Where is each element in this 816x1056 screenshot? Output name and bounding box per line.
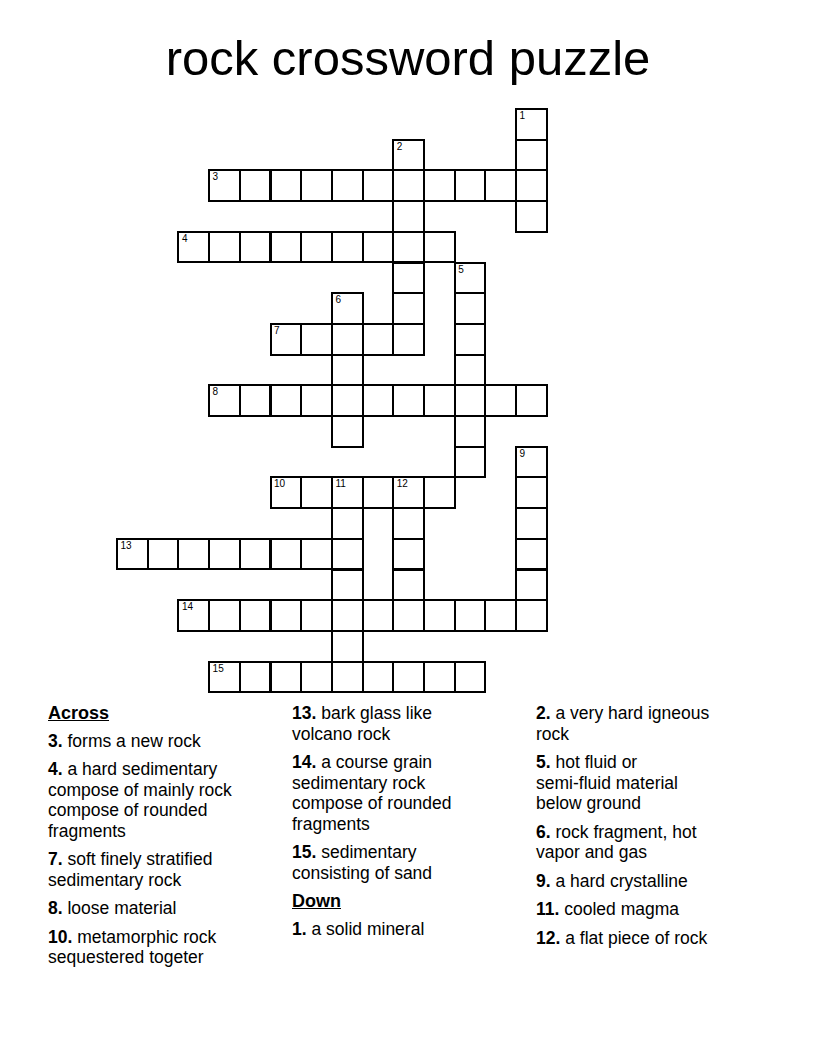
grid-cell[interactable] <box>484 169 517 202</box>
grid-cell[interactable] <box>331 630 364 663</box>
grid-cell[interactable] <box>484 384 517 417</box>
clue-number: 3. <box>48 731 63 751</box>
clue-item: 13. bark glass like volcano rock <box>292 703 494 744</box>
grid-cell[interactable]: 14 <box>177 599 210 632</box>
grid-cell[interactable] <box>515 200 548 233</box>
grid-cell[interactable]: 2 <box>392 139 425 172</box>
clues-column-3: 2. a very hard igneous rock5. hot fluid … <box>536 703 768 956</box>
clue-item: 12. a flat piece of rock <box>536 928 768 949</box>
across-heading: Across <box>48 703 280 724</box>
clue-item: 6. rock fragment, hot vapor and gas <box>536 822 768 863</box>
grid-cell[interactable] <box>392 384 425 417</box>
clue-text: a flat piece of rock <box>560 928 707 948</box>
grid-cell[interactable] <box>454 169 487 202</box>
grid-cell[interactable] <box>300 384 333 417</box>
cell-number: 11 <box>335 478 345 490</box>
clue-item: 5. hot fluid or semi-fluid material belo… <box>536 752 768 814</box>
grid-cell[interactable] <box>423 231 456 264</box>
grid-cell[interactable] <box>392 200 425 233</box>
clue-item: 9. a hard crystalline <box>536 871 768 892</box>
clue-text: loose material <box>63 898 177 918</box>
grid-cell[interactable] <box>147 538 180 571</box>
cell-number: 5 <box>458 264 464 276</box>
cell-number: 7 <box>274 325 280 337</box>
grid-cell[interactable] <box>392 231 425 264</box>
clue-item: 3. forms a new rock <box>48 731 280 752</box>
grid-cell[interactable] <box>423 476 456 509</box>
grid-cell[interactable] <box>331 231 364 264</box>
grid-cell[interactable] <box>300 169 333 202</box>
clue-item: 14. a course grain sedimentary rock comp… <box>292 752 494 834</box>
grid-cell[interactable] <box>362 231 395 264</box>
grid-cell[interactable]: 8 <box>208 384 241 417</box>
grid-cell[interactable]: 5 <box>454 262 487 295</box>
grid-cell[interactable] <box>515 569 548 602</box>
grid-cell[interactable] <box>239 169 272 202</box>
clue-number: 4. <box>48 759 63 779</box>
grid-cell[interactable] <box>362 599 395 632</box>
crossword-grid: 123456789101112131415 <box>117 109 549 695</box>
grid-cell[interactable] <box>300 538 333 571</box>
cell-number: 12 <box>397 478 408 490</box>
down-heading: Down <box>292 891 494 912</box>
grid-cell[interactable]: 3 <box>208 169 241 202</box>
grid-cell[interactable] <box>300 661 333 694</box>
grid-cell[interactable] <box>270 231 303 264</box>
grid-cell[interactable] <box>331 538 364 571</box>
grid-cell[interactable] <box>454 354 487 387</box>
grid-cell[interactable] <box>239 231 272 264</box>
grid-cell[interactable] <box>392 262 425 295</box>
grid-cell[interactable]: 6 <box>331 292 364 325</box>
grid-cell[interactable] <box>392 292 425 325</box>
grid-cell[interactable] <box>331 384 364 417</box>
grid-cell[interactable] <box>454 599 487 632</box>
clue-number: 8. <box>48 898 63 918</box>
grid-cell[interactable] <box>362 323 395 356</box>
down-clues-list-continued: 2. a very hard igneous rock5. hot fluid … <box>536 703 768 948</box>
grid-cell[interactable] <box>392 538 425 571</box>
grid-cell[interactable] <box>515 538 548 571</box>
grid-cell[interactable] <box>392 599 425 632</box>
grid-cell[interactable] <box>515 507 548 540</box>
clue-text: a hard sedimentary compose of mainly roc… <box>48 759 232 841</box>
clue-number: 2. <box>536 703 551 723</box>
grid-cell[interactable] <box>239 538 272 571</box>
clues-column-2: 13. bark glass like volcano rock14. a co… <box>292 703 494 947</box>
grid-cell[interactable] <box>300 476 333 509</box>
clue-text: a solid mineral <box>307 919 425 939</box>
grid-cell[interactable]: 15 <box>208 661 241 694</box>
grid-cell[interactable] <box>392 569 425 602</box>
grid-cell[interactable] <box>515 384 548 417</box>
grid-cell[interactable] <box>454 446 487 479</box>
cell-number: 4 <box>182 233 188 245</box>
grid-cell[interactable] <box>454 292 487 325</box>
clue-item: 10. metamorphic rock sequestered togeter <box>48 927 280 968</box>
grid-cell[interactable] <box>270 538 303 571</box>
clue-text: metamorphic rock sequestered togeter <box>48 927 216 968</box>
grid-cell[interactable] <box>331 661 364 694</box>
across-clues-list: 3. forms a new rock4. a hard sedimentary… <box>48 731 280 968</box>
grid-cell[interactable]: 13 <box>116 538 149 571</box>
grid-cell[interactable] <box>362 661 395 694</box>
cell-number: 1 <box>520 110 526 122</box>
grid-cell[interactable] <box>454 384 487 417</box>
cell-number: 2 <box>397 141 403 153</box>
grid-cell[interactable]: 11 <box>331 476 364 509</box>
grid-cell[interactable] <box>515 169 548 202</box>
grid-cell[interactable] <box>392 507 425 540</box>
grid-cell[interactable] <box>300 323 333 356</box>
grid-cell[interactable] <box>331 507 364 540</box>
clue-item: 8. loose material <box>48 898 280 919</box>
grid-cell[interactable] <box>300 599 333 632</box>
grid-cell[interactable] <box>208 599 241 632</box>
grid-cell[interactable]: 10 <box>270 476 303 509</box>
grid-cell[interactable] <box>362 476 395 509</box>
clue-text: a course grain sedimentary rock compose … <box>292 752 452 834</box>
grid-cell[interactable] <box>515 599 548 632</box>
grid-cell[interactable] <box>208 231 241 264</box>
grid-cell[interactable] <box>331 323 364 356</box>
grid-cell[interactable] <box>454 661 487 694</box>
grid-cell[interactable] <box>300 231 333 264</box>
grid-cell[interactable]: 12 <box>392 476 425 509</box>
clues-column-1: Across 3. forms a new rock4. a hard sedi… <box>48 703 280 976</box>
across-clues-list-continued: 13. bark glass like volcano rock14. a co… <box>292 703 494 883</box>
clue-item: 4. a hard sedimentary compose of mainly … <box>48 759 280 841</box>
clue-item: 11. cooled magma <box>536 899 768 920</box>
clue-item: 7. soft finely stratified sedimentary ro… <box>48 849 280 890</box>
grid-cell[interactable] <box>239 384 272 417</box>
grid-cell[interactable] <box>423 169 456 202</box>
clue-text: a very hard igneous rock <box>536 703 709 744</box>
clue-number: 12. <box>536 928 560 948</box>
clue-number: 6. <box>536 822 551 842</box>
cell-number: 15 <box>213 663 224 675</box>
clue-text: cooled magma <box>559 899 679 919</box>
clue-number: 15. <box>292 842 316 862</box>
clue-number: 13. <box>292 703 316 723</box>
grid-cell[interactable] <box>270 661 303 694</box>
clue-number: 14. <box>292 752 316 772</box>
grid-cell[interactable] <box>454 415 487 448</box>
clue-number: 1. <box>292 919 307 939</box>
down-clues-list: 1. a solid mineral <box>292 919 494 940</box>
grid-cell[interactable] <box>270 384 303 417</box>
cell-number: 3 <box>213 171 219 183</box>
puzzle-title: rock crossword puzzle <box>0 30 816 86</box>
grid-cell[interactable] <box>392 169 425 202</box>
grid-cell[interactable] <box>454 323 487 356</box>
grid-cell[interactable] <box>270 599 303 632</box>
cell-number: 10 <box>274 478 285 490</box>
clue-number: 10. <box>48 927 72 947</box>
cell-number: 14 <box>182 601 193 613</box>
grid-cell[interactable]: 7 <box>270 323 303 356</box>
clue-number: 5. <box>536 752 551 772</box>
clue-text: rock fragment, hot vapor and gas <box>536 822 697 863</box>
clue-number: 11. <box>536 899 559 919</box>
clue-number: 7. <box>48 849 63 869</box>
clue-text: a hard crystalline <box>551 871 688 891</box>
clue-item: 2. a very hard igneous rock <box>536 703 768 744</box>
cell-number: 13 <box>121 540 132 552</box>
grid-cell[interactable] <box>423 661 456 694</box>
grid-cell[interactable] <box>331 415 364 448</box>
grid-cell[interactable] <box>331 169 364 202</box>
grid-cell[interactable] <box>484 599 517 632</box>
grid-cell[interactable] <box>423 384 456 417</box>
page: rock crossword puzzle 123456789101112131… <box>0 0 816 1056</box>
clue-text: soft finely stratified sedimentary rock <box>48 849 212 890</box>
grid-cell[interactable] <box>331 569 364 602</box>
clue-text: hot fluid or semi-fluid material below g… <box>536 752 678 813</box>
grid-cell[interactable] <box>392 323 425 356</box>
cell-number: 6 <box>335 294 341 306</box>
grid-cell[interactable] <box>239 599 272 632</box>
grid-cell[interactable] <box>362 384 395 417</box>
clue-item: 1. a solid mineral <box>292 919 494 940</box>
clue-item: 15. sedimentary consisting of sand <box>292 842 494 883</box>
grid-cell[interactable] <box>177 538 210 571</box>
grid-cell[interactable] <box>423 599 456 632</box>
grid-cell[interactable]: 1 <box>515 108 548 141</box>
grid-cell[interactable] <box>270 169 303 202</box>
cell-number: 8 <box>213 386 219 398</box>
clue-text: forms a new rock <box>63 731 201 751</box>
grid-cell[interactable] <box>515 476 548 509</box>
clue-number: 9. <box>536 871 551 891</box>
grid-cell[interactable] <box>331 354 364 387</box>
cell-number: 9 <box>520 448 526 460</box>
grid-cell[interactable] <box>331 599 364 632</box>
grid-cell[interactable] <box>362 169 395 202</box>
grid-cell[interactable]: 9 <box>515 446 548 479</box>
grid-cell[interactable] <box>208 538 241 571</box>
grid-cell[interactable]: 4 <box>177 231 210 264</box>
grid-cell[interactable] <box>392 661 425 694</box>
grid-cell[interactable] <box>239 661 272 694</box>
grid-cell[interactable] <box>515 139 548 172</box>
